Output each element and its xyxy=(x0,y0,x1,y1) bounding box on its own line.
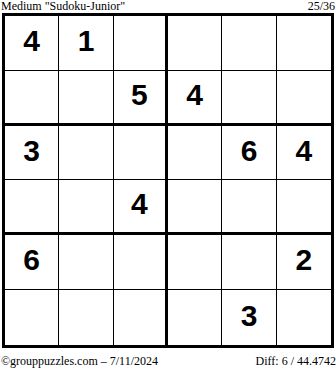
cell-r6c2-empty[interactable] xyxy=(59,290,113,345)
cell-r4c6-empty[interactable] xyxy=(277,180,331,235)
cell-r1c4-empty[interactable] xyxy=(168,16,222,71)
cell-r4c1-empty[interactable] xyxy=(5,180,59,235)
cell-r1c1-given: 4 xyxy=(5,16,59,71)
sudoku-grid: 41543644623 xyxy=(2,13,334,348)
cell-r5c2-empty[interactable] xyxy=(59,235,113,290)
header: Medium "Sudoku-Junior" 25/36 xyxy=(1,0,335,13)
cell-r4c5-empty[interactable] xyxy=(222,180,276,235)
cell-r4c4-empty[interactable] xyxy=(168,180,222,235)
cell-r5c3-empty[interactable] xyxy=(114,235,168,290)
cell-r1c3-empty[interactable] xyxy=(114,16,168,71)
cell-r2c2-empty[interactable] xyxy=(59,71,113,126)
copyright-date: ©grouppuzzles.com – 7/11/2024 xyxy=(1,354,158,368)
cell-r2c5-empty[interactable] xyxy=(222,71,276,126)
cell-r2c4-given: 4 xyxy=(168,71,222,126)
cell-r2c1-empty[interactable] xyxy=(5,71,59,126)
cell-r5c5-empty[interactable] xyxy=(222,235,276,290)
cell-r4c2-empty[interactable] xyxy=(59,180,113,235)
cell-r3c1-given: 3 xyxy=(5,126,59,181)
cell-r1c2-given: 1 xyxy=(59,16,113,71)
cell-r2c6-empty[interactable] xyxy=(277,71,331,126)
cell-r1c5-empty[interactable] xyxy=(222,16,276,71)
cell-r5c1-given: 6 xyxy=(5,235,59,290)
cell-r6c6-empty[interactable] xyxy=(277,290,331,345)
cell-r5c6-given: 2 xyxy=(277,235,331,290)
cell-r4c3-given: 4 xyxy=(114,180,168,235)
cell-r6c4-empty[interactable] xyxy=(168,290,222,345)
cell-r3c5-given: 6 xyxy=(222,126,276,181)
cell-r3c4-empty[interactable] xyxy=(168,126,222,181)
cell-r5c4-empty[interactable] xyxy=(168,235,222,290)
cell-r3c6-given: 4 xyxy=(277,126,331,181)
cell-r2c3-given: 5 xyxy=(114,71,168,126)
puzzle-page: Medium "Sudoku-Junior" 25/36 41543644623… xyxy=(0,0,336,370)
cell-r6c3-empty[interactable] xyxy=(114,290,168,345)
cell-r3c2-empty[interactable] xyxy=(59,126,113,181)
cell-r1c6-empty[interactable] xyxy=(277,16,331,71)
cell-r6c5-given: 3 xyxy=(222,290,276,345)
cell-r6c1-empty[interactable] xyxy=(5,290,59,345)
difficulty-rating: Diff: 6 / 44.4742 xyxy=(256,354,336,368)
footer: ©grouppuzzles.com – 7/11/2024 Diff: 6 / … xyxy=(1,354,336,368)
cell-r3c3-empty[interactable] xyxy=(114,126,168,181)
puzzle-title: Medium "Sudoku-Junior" xyxy=(1,0,125,12)
cells-remaining-counter: 25/36 xyxy=(308,0,335,12)
